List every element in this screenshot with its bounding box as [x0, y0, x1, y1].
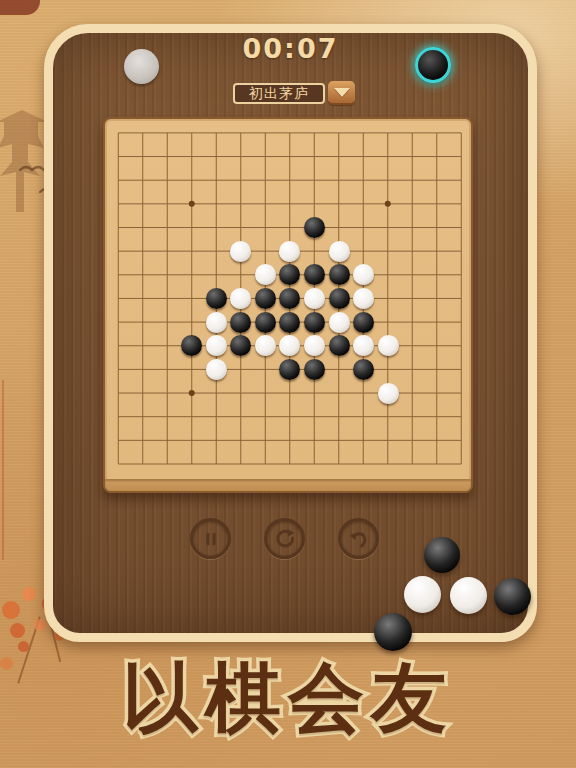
- black-stone: [329, 288, 350, 309]
- black-stone: [230, 335, 251, 356]
- red-branch-decoration: [2, 380, 4, 560]
- black-stone: [304, 217, 325, 238]
- black-stone: [255, 312, 276, 333]
- white-stone: [206, 335, 227, 356]
- black-stone: [329, 335, 350, 356]
- white-player-stone-icon: [124, 49, 159, 84]
- restart-icon: [274, 528, 296, 550]
- white-stone: [206, 359, 227, 380]
- undo-icon: [348, 528, 370, 550]
- game-screen: 00:07 初出茅庐: [0, 0, 576, 768]
- white-stone: [329, 241, 350, 262]
- white-stone: [279, 241, 300, 262]
- white-stone: [279, 335, 300, 356]
- black-stone: [206, 288, 227, 309]
- pause-button[interactable]: [190, 518, 231, 559]
- white-stone: [329, 312, 350, 333]
- undo-button[interactable]: [338, 518, 379, 559]
- decorative-white-stone: [450, 577, 487, 614]
- difficulty-dropdown-arrow-button[interactable]: [328, 81, 355, 105]
- white-stone: [304, 335, 325, 356]
- decorative-black-stone: [494, 578, 531, 615]
- decorative-black-stone: [424, 537, 460, 573]
- chevron-down-icon: [334, 88, 350, 97]
- decorative-white-stone: [404, 576, 441, 613]
- black-stone: [255, 288, 276, 309]
- white-stone: [304, 288, 325, 309]
- white-stone: [378, 383, 399, 404]
- white-stone: [255, 264, 276, 285]
- white-stone: [230, 288, 251, 309]
- game-panel: 00:07 初出茅庐: [44, 24, 537, 642]
- white-stone: [206, 312, 227, 333]
- board-bevel-edge: [105, 479, 471, 491]
- footer-slogan: 以棋会友: [0, 656, 576, 740]
- white-stone: [230, 241, 251, 262]
- black-stone: [304, 359, 325, 380]
- pause-icon: [201, 529, 221, 549]
- black-stone: [279, 264, 300, 285]
- gomoku-board[interactable]: [103, 117, 473, 493]
- black-stone: [279, 359, 300, 380]
- white-stone: [255, 335, 276, 356]
- black-stone: [279, 312, 300, 333]
- black-stone: [304, 312, 325, 333]
- black-player-stone-icon-active-turn: [415, 47, 451, 83]
- black-stone: [230, 312, 251, 333]
- difficulty-dropdown[interactable]: 初出茅庐: [233, 83, 325, 104]
- decorative-black-stone: [374, 613, 412, 651]
- black-stone: [181, 335, 202, 356]
- white-stone: [378, 335, 399, 356]
- black-stone: [279, 288, 300, 309]
- white-stone: [353, 335, 374, 356]
- black-stone: [329, 264, 350, 285]
- restart-button[interactable]: [264, 518, 305, 559]
- white-stone: [353, 288, 374, 309]
- corner-decoration: [0, 0, 40, 15]
- white-stone: [353, 264, 374, 285]
- black-stone: [304, 264, 325, 285]
- board-stones-grid: [106, 121, 474, 476]
- black-stone: [353, 359, 374, 380]
- difficulty-label: 初出茅庐: [249, 85, 309, 103]
- black-stone: [353, 312, 374, 333]
